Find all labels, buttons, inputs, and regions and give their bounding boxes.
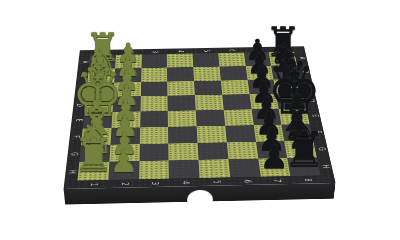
square-f4[interactable] (168, 126, 197, 143)
square-e6[interactable] (223, 109, 253, 125)
rank-label-back-3: 3 (141, 49, 167, 55)
square-d6[interactable] (222, 94, 251, 110)
rank-label-front-1-text: 1 (88, 183, 96, 186)
square-h4[interactable] (169, 160, 200, 179)
square-h3[interactable] (139, 161, 169, 180)
rank-label-front-2-text: 2 (119, 182, 127, 185)
rank-label-back-6-text: 6 (227, 49, 234, 51)
square-d5[interactable] (195, 95, 224, 111)
rank-label-back-6: 6 (217, 47, 243, 53)
square-b6[interactable] (219, 66, 247, 80)
piece-green-rook-h1[interactable]: ♜ (73, 132, 114, 178)
drawer-notch (187, 190, 213, 211)
board-front-edge (64, 183, 336, 204)
square-a3[interactable] (141, 54, 167, 68)
square-g3[interactable] (139, 143, 169, 161)
square-h6[interactable] (228, 159, 260, 178)
square-c5[interactable] (194, 80, 222, 95)
rank-label-front-7-text: 7 (272, 179, 280, 182)
square-e4[interactable] (168, 110, 197, 126)
square-c6[interactable] (221, 80, 249, 95)
square-c4[interactable] (167, 81, 194, 96)
square-a5[interactable] (192, 53, 219, 67)
rank-label-front-5-text: 5 (211, 180, 219, 183)
square-g5[interactable] (198, 142, 229, 160)
square-a4[interactable] (167, 54, 193, 68)
rank-label-back-5: 5 (192, 48, 218, 54)
square-c3[interactable] (140, 81, 167, 96)
square-b3[interactable] (141, 67, 168, 81)
square-f5[interactable] (197, 126, 227, 143)
square-b4[interactable] (167, 67, 194, 81)
square-e5[interactable] (196, 110, 225, 126)
square-h5[interactable] (199, 159, 230, 178)
rank-label-front-8-text: 8 (302, 178, 311, 181)
square-f3[interactable] (139, 127, 168, 144)
square-e3[interactable] (140, 111, 168, 127)
square-g6[interactable] (227, 142, 258, 160)
rank-label-back-4: 4 (167, 48, 193, 54)
chess-set-photo: AA11BB22CC33DD44EE55FF66GG77HH88 ♜♞♝♛♚♝♞… (0, 0, 400, 240)
rank-label-front-6-text: 6 (241, 179, 249, 182)
square-d4[interactable] (168, 95, 196, 111)
square-b5[interactable] (193, 66, 220, 80)
rank-label-back-3-text: 3 (151, 50, 158, 52)
square-f6[interactable] (225, 125, 256, 142)
piece-black-rook-h8[interactable]: ♜ (282, 125, 325, 173)
square-a6[interactable] (218, 53, 245, 67)
rank-label-front-3-text: 3 (150, 181, 158, 184)
rank-label-front-4-text: 4 (180, 181, 188, 184)
square-g4[interactable] (168, 143, 198, 161)
square-d3[interactable] (140, 96, 168, 112)
piece-black-pawn-h7[interactable]: ♟ (260, 141, 289, 174)
rank-label-back-4-text: 4 (176, 50, 183, 52)
rank-label-back-5-text: 5 (202, 50, 209, 52)
